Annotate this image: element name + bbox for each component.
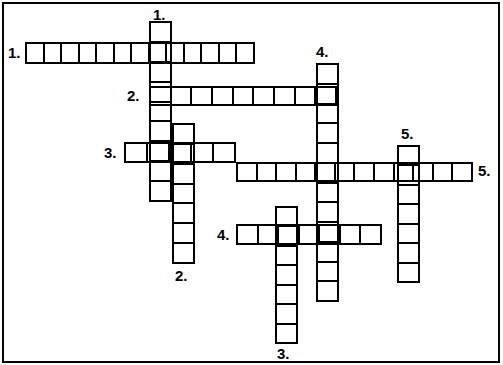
word-5-across (236, 162, 473, 182)
word-5-down (397, 145, 420, 283)
crossword-cell-d2-1[interactable] (172, 123, 195, 145)
crossword-cell-a5-7[interactable] (353, 162, 375, 182)
crossword-cell-d4-1[interactable] (316, 63, 339, 85)
clue-number-2-across: 2. (127, 89, 140, 103)
word-2-down (172, 123, 195, 264)
crossword-cell-d1-2[interactable] (149, 41, 172, 63)
word-1-down (149, 21, 172, 202)
clue-number-5-down: 5. (401, 127, 414, 141)
crossword-cell-a2-2[interactable] (170, 86, 193, 106)
crossword-cell-a2-3[interactable] (190, 86, 213, 106)
clue-number-1-across: 1. (8, 46, 21, 60)
crossword-cell-d5-5[interactable] (397, 223, 420, 244)
crossword-cell-d4-12[interactable] (316, 280, 339, 302)
crossword-cell-d3-1[interactable] (275, 206, 298, 227)
crossword-cell-d2-2[interactable] (172, 143, 195, 165)
clue-number-1-down: 1. (153, 8, 166, 22)
word-3-down (275, 206, 298, 344)
crossword-cell-d4-8[interactable] (316, 201, 339, 223)
crossword-cell-d3-5[interactable] (275, 284, 298, 305)
crossword-cell-d4-4[interactable] (316, 122, 339, 144)
crossword-cell-d4-2[interactable] (316, 83, 339, 105)
crossword-cell-d1-9[interactable] (149, 180, 172, 202)
crossword-board: 1.2.3.4.5.1.2.3.4.5. (0, 0, 503, 365)
crossword-cell-d5-2[interactable] (397, 164, 420, 185)
crossword-cell-d5-1[interactable] (397, 145, 420, 166)
crossword-cell-a5-12[interactable] (451, 162, 473, 182)
crossword-cell-d2-6[interactable] (172, 222, 195, 244)
crossword-cell-d5-4[interactable] (397, 203, 420, 224)
crossword-cell-d4-5[interactable] (316, 142, 339, 164)
crossword-cell-d1-4[interactable] (149, 81, 172, 103)
clue-number-5-across: 5. (478, 164, 491, 178)
clue-number-3-down: 3. (277, 347, 290, 361)
word-4-down (316, 63, 339, 302)
crossword-cell-d5-3[interactable] (397, 184, 420, 205)
crossword-cell-d4-7[interactable] (316, 182, 339, 204)
crossword-cell-a5-8[interactable] (373, 162, 395, 182)
crossword-cell-a2-6[interactable] (252, 86, 275, 106)
crossword-cell-d4-11[interactable] (316, 261, 339, 283)
crossword-cell-a3-5[interactable] (212, 142, 236, 163)
clue-number-2-down: 2. (175, 269, 188, 283)
crossword-cell-a4-6[interactable] (339, 224, 362, 245)
crossword-cell-d4-9[interactable] (316, 221, 339, 243)
crossword-cell-d3-2[interactable] (275, 225, 298, 246)
crossword-cell-a2-7[interactable] (273, 86, 296, 106)
word-4-across (236, 224, 382, 245)
crossword-cell-d5-7[interactable] (397, 262, 420, 283)
crossword-cell-d4-6[interactable] (316, 162, 339, 184)
crossword-cell-d2-4[interactable] (172, 183, 195, 205)
crossword-cell-d1-7[interactable] (149, 140, 172, 162)
crossword-cell-a2-5[interactable] (232, 86, 255, 106)
crossword-cell-d5-6[interactable] (397, 242, 420, 263)
crossword-cell-d1-1[interactable] (149, 21, 172, 43)
crossword-cell-d3-3[interactable] (275, 245, 298, 266)
crossword-cell-a5-3[interactable] (275, 162, 297, 182)
word-1-across (25, 42, 255, 64)
crossword-cell-a5-4[interactable] (295, 162, 317, 182)
crossword-cell-d2-3[interactable] (172, 163, 195, 185)
crossword-cell-a2-8[interactable] (294, 86, 317, 106)
crossword-cell-d2-7[interactable] (172, 242, 195, 264)
crossword-cell-a4-7[interactable] (359, 224, 382, 245)
crossword-cell-a2-4[interactable] (211, 86, 234, 106)
crossword-cell-d1-6[interactable] (149, 120, 172, 142)
clue-number-4-down: 4. (316, 45, 329, 59)
crossword-cell-a3-1[interactable] (124, 142, 148, 163)
crossword-cell-d1-5[interactable] (149, 101, 172, 123)
crossword-cell-d1-8[interactable] (149, 160, 172, 182)
crossword-cell-a4-1[interactable] (236, 224, 259, 245)
crossword-cell-d3-4[interactable] (275, 264, 298, 285)
crossword-cell-a5-2[interactable] (256, 162, 278, 182)
clue-number-3-across: 3. (104, 146, 117, 160)
crossword-cell-d3-7[interactable] (275, 323, 298, 344)
crossword-cell-a5-11[interactable] (432, 162, 454, 182)
crossword-cell-d3-6[interactable] (275, 303, 298, 324)
crossword-cell-d4-10[interactable] (316, 241, 339, 263)
crossword-cell-d1-3[interactable] (149, 61, 172, 83)
word-2-across (149, 86, 337, 106)
crossword-cell-d2-5[interactable] (172, 202, 195, 224)
clue-number-4-across: 4. (217, 228, 230, 242)
crossword-cell-a1-13[interactable] (235, 42, 255, 64)
crossword-cell-d4-3[interactable] (316, 103, 339, 125)
crossword-cell-a5-1[interactable] (236, 162, 258, 182)
